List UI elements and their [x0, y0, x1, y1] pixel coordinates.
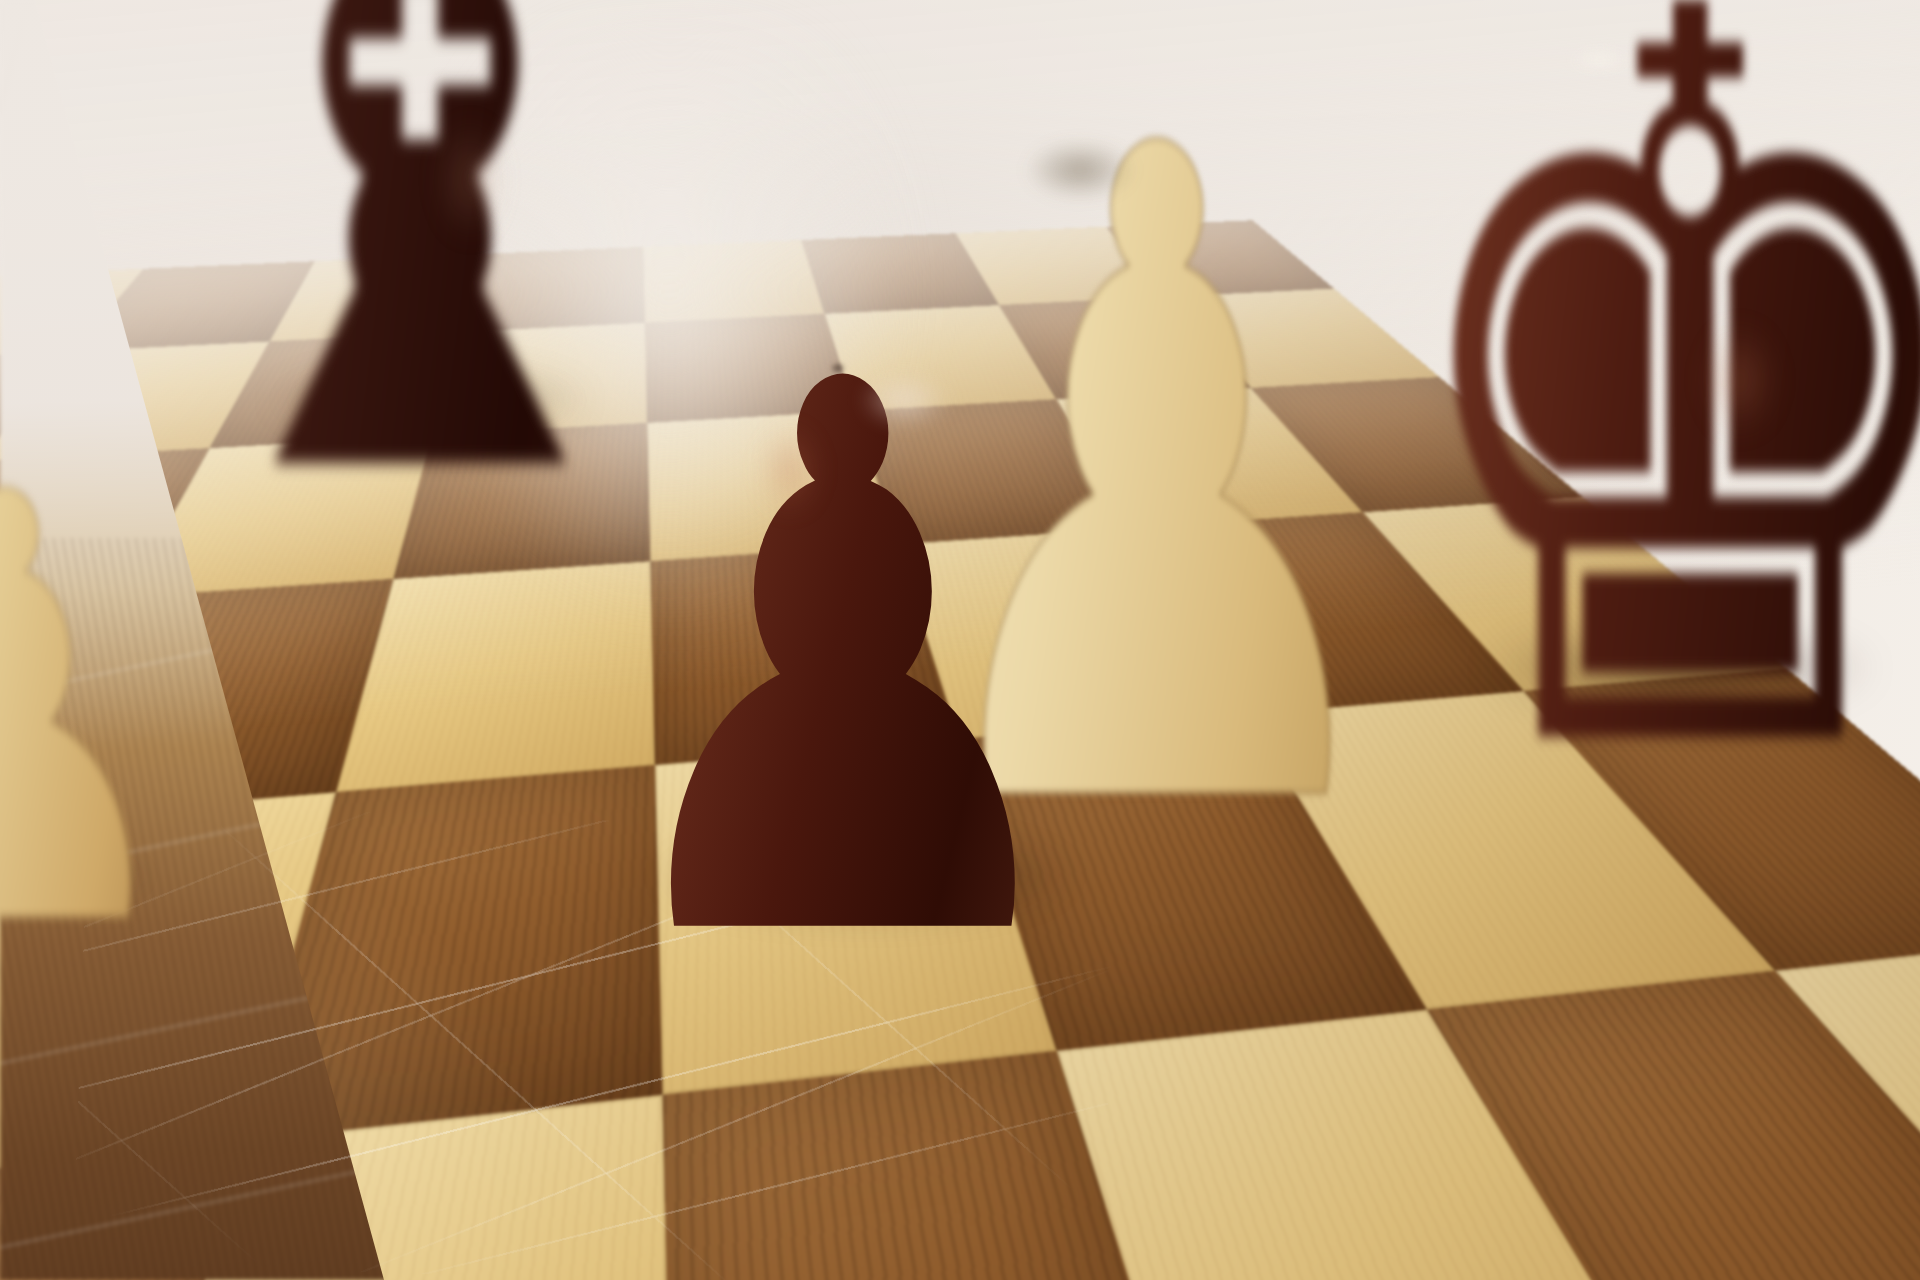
black-pawn-e4-shadow — [655, 830, 1075, 922]
white-pawn-c4-shadow — [0, 847, 95, 877]
black-pawn-e4: ♟ — [0, 0, 1920, 1280]
chess-photo-scene: ♝♚♟♟♟ — [0, 0, 1920, 1280]
black-king-h5-icon: ♚ — [1387, 0, 1920, 892]
black-king-h5: ♚ — [0, 0, 1920, 1280]
black-pawn-e4-highlight — [760, 425, 820, 515]
black-pawn-e4-icon: ♟ — [586, 286, 1101, 1042]
white-pawn-f5-highlight — [1025, 140, 1135, 200]
black-pawn-e4-shadow — [693, 838, 993, 894]
black-king-h5-highlight — [1570, 47, 1630, 73]
black-bishop-c7-highlight — [440, 120, 500, 240]
white-pawn-f5-shadow — [1025, 698, 1275, 734]
black-king-h5-highlight — [1705, 325, 1775, 435]
black-bishop-c7-icon: ♝ — [140, 0, 699, 601]
white-pawn-c4-icon: ♟ — [0, 419, 193, 1007]
white-pawn-f5-shadow — [1010, 698, 1310, 762]
black-king-h5-shadow — [1480, 623, 1880, 713]
black-pawn-e4-highlight — [830, 362, 846, 374]
white-pawn-f5: ♟ — [0, 0, 1920, 1280]
white-pawn-f5-icon: ♟ — [899, 34, 1415, 930]
pieces-layer: ♝♚♟♟♟ — [0, 0, 1920, 1280]
white-pawn-c4: ♟ — [0, 0, 1920, 1280]
black-pawn-e4-highlight — [860, 373, 950, 427]
black-bishop-c7-shadow — [265, 365, 595, 435]
black-bishop-c7: ♝ — [0, 0, 1920, 1280]
white-pawn-c4-shadow — [0, 849, 150, 901]
